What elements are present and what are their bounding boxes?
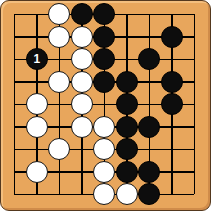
intersection-G1[interactable] bbox=[138, 183, 161, 206]
intersection-J7[interactable] bbox=[183, 48, 206, 71]
black-stone-F3 bbox=[116, 138, 138, 160]
intersection-C9[interactable] bbox=[48, 3, 71, 26]
white-stone-D7 bbox=[71, 48, 93, 70]
intersection-D4[interactable] bbox=[71, 116, 94, 139]
intersection-B9[interactable] bbox=[26, 3, 49, 26]
intersection-D5[interactable] bbox=[71, 93, 94, 116]
intersection-H2[interactable] bbox=[161, 161, 184, 184]
intersection-F8[interactable] bbox=[116, 26, 139, 49]
intersection-J4[interactable] bbox=[183, 116, 206, 139]
intersection-F4[interactable] bbox=[116, 116, 139, 139]
intersection-F5[interactable] bbox=[116, 93, 139, 116]
intersection-C5[interactable] bbox=[48, 93, 71, 116]
intersection-F2[interactable] bbox=[116, 161, 139, 184]
intersection-A2[interactable] bbox=[3, 161, 26, 184]
intersection-D3[interactable] bbox=[71, 138, 94, 161]
black-stone-E6 bbox=[93, 71, 115, 93]
go-board[interactable]: 1 bbox=[0, 0, 211, 211]
intersection-J1[interactable] bbox=[183, 183, 206, 206]
intersection-G8[interactable] bbox=[138, 26, 161, 49]
intersection-G2[interactable] bbox=[138, 161, 161, 184]
intersection-G4[interactable] bbox=[138, 116, 161, 139]
intersection-H5[interactable] bbox=[161, 93, 184, 116]
intersection-A9[interactable] bbox=[3, 3, 26, 26]
black-stone-G1 bbox=[138, 183, 160, 205]
intersection-E9[interactable] bbox=[93, 3, 116, 26]
intersection-H7[interactable] bbox=[161, 48, 184, 71]
intersection-J8[interactable] bbox=[183, 26, 206, 49]
white-stone-D8 bbox=[71, 26, 93, 48]
intersection-B6[interactable] bbox=[26, 71, 49, 94]
black-stone-E7 bbox=[93, 48, 115, 70]
white-stone-E1 bbox=[93, 183, 115, 205]
intersection-C4[interactable] bbox=[48, 116, 71, 139]
intersection-G6[interactable] bbox=[138, 71, 161, 94]
intersection-D1[interactable] bbox=[71, 183, 94, 206]
white-stone-C8 bbox=[48, 26, 70, 48]
intersection-E8[interactable] bbox=[93, 26, 116, 49]
intersection-E2[interactable] bbox=[93, 161, 116, 184]
black-stone-G4 bbox=[138, 116, 160, 138]
intersection-F1[interactable] bbox=[116, 183, 139, 206]
intersection-F7[interactable] bbox=[116, 48, 139, 71]
intersection-B3[interactable] bbox=[26, 138, 49, 161]
white-stone-C9 bbox=[48, 3, 70, 25]
intersection-B5[interactable] bbox=[26, 93, 49, 116]
white-stone-B4 bbox=[26, 116, 48, 138]
intersection-A7[interactable] bbox=[3, 48, 26, 71]
white-stone-C3 bbox=[48, 138, 70, 160]
intersection-J5[interactable] bbox=[183, 93, 206, 116]
white-stone-E4 bbox=[93, 116, 115, 138]
marked-stone-label: 1 bbox=[33, 53, 40, 65]
black-stone-H6 bbox=[161, 71, 183, 93]
black-stone-G7 bbox=[138, 48, 160, 70]
intersection-B4[interactable] bbox=[26, 116, 49, 139]
black-stone-H5 bbox=[161, 93, 183, 115]
black-stone-F5 bbox=[116, 93, 138, 115]
intersection-J9[interactable] bbox=[183, 3, 206, 26]
black-stone-H8 bbox=[161, 26, 183, 48]
intersection-H8[interactable] bbox=[161, 26, 184, 49]
intersection-C3[interactable] bbox=[48, 138, 71, 161]
white-stone-E3 bbox=[93, 138, 115, 160]
intersection-C6[interactable] bbox=[48, 71, 71, 94]
intersection-H3[interactable] bbox=[161, 138, 184, 161]
intersection-F9[interactable] bbox=[116, 3, 139, 26]
intersection-A6[interactable] bbox=[3, 71, 26, 94]
intersection-A8[interactable] bbox=[3, 26, 26, 49]
black-stone-F2 bbox=[116, 161, 138, 183]
black-stone-F4 bbox=[116, 116, 138, 138]
intersection-E3[interactable] bbox=[93, 138, 116, 161]
intersection-G9[interactable] bbox=[138, 3, 161, 26]
intersection-D2[interactable] bbox=[71, 161, 94, 184]
intersection-B7[interactable]: 1 bbox=[26, 48, 49, 71]
intersection-H1[interactable] bbox=[161, 183, 184, 206]
intersection-D8[interactable] bbox=[71, 26, 94, 49]
intersection-J6[interactable] bbox=[183, 71, 206, 94]
intersection-C2[interactable] bbox=[48, 161, 71, 184]
intersection-B2[interactable] bbox=[26, 161, 49, 184]
black-stone-D9 bbox=[71, 3, 93, 25]
black-stone-B7: 1 bbox=[26, 48, 48, 70]
black-stone-F6 bbox=[116, 71, 138, 93]
intersection-D6[interactable] bbox=[71, 71, 94, 94]
intersection-A3[interactable] bbox=[3, 138, 26, 161]
intersection-G7[interactable] bbox=[138, 48, 161, 71]
black-stone-E9 bbox=[93, 3, 115, 25]
intersection-A4[interactable] bbox=[3, 116, 26, 139]
intersection-H4[interactable] bbox=[161, 116, 184, 139]
black-stone-G2 bbox=[138, 161, 160, 183]
white-stone-D4 bbox=[71, 116, 93, 138]
intersection-J2[interactable] bbox=[183, 161, 206, 184]
intersection-H9[interactable] bbox=[161, 3, 184, 26]
intersection-B8[interactable] bbox=[26, 26, 49, 49]
white-stone-F1 bbox=[116, 183, 138, 205]
intersection-F6[interactable] bbox=[116, 71, 139, 94]
intersection-E4[interactable] bbox=[93, 116, 116, 139]
intersection-E7[interactable] bbox=[93, 48, 116, 71]
intersection-C8[interactable] bbox=[48, 26, 71, 49]
white-stone-C6 bbox=[48, 71, 70, 93]
intersection-D9[interactable] bbox=[71, 3, 94, 26]
intersection-A5[interactable] bbox=[3, 93, 26, 116]
intersection-G3[interactable] bbox=[138, 138, 161, 161]
white-stone-B2 bbox=[26, 161, 48, 183]
white-stone-E2 bbox=[93, 161, 115, 183]
intersection-G5[interactable] bbox=[138, 93, 161, 116]
intersection-C1[interactable] bbox=[48, 183, 71, 206]
go-board-grid: 1 bbox=[3, 3, 206, 206]
white-stone-B5 bbox=[26, 93, 48, 115]
intersection-C7[interactable] bbox=[48, 48, 71, 71]
intersection-A1[interactable] bbox=[3, 183, 26, 206]
black-stone-E8 bbox=[93, 26, 115, 48]
white-stone-D6 bbox=[71, 71, 93, 93]
intersection-B1[interactable] bbox=[26, 183, 49, 206]
intersection-H6[interactable] bbox=[161, 71, 184, 94]
intersection-E5[interactable] bbox=[93, 93, 116, 116]
intersection-E1[interactable] bbox=[93, 183, 116, 206]
intersection-F3[interactable] bbox=[116, 138, 139, 161]
intersection-J3[interactable] bbox=[183, 138, 206, 161]
white-stone-D5 bbox=[71, 93, 93, 115]
intersection-D7[interactable] bbox=[71, 48, 94, 71]
intersection-E6[interactable] bbox=[93, 71, 116, 94]
